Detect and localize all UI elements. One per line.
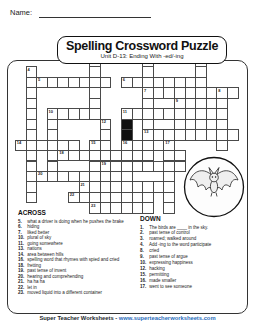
cell-number-6: 6 — [123, 78, 125, 82]
title-box: Spelling Crossword Puzzle Unit D-13: End… — [57, 36, 227, 64]
clue-text: Add -ing to the word participate — [148, 242, 211, 247]
cell-number-4: 4 — [27, 68, 29, 72]
clue-number: 23. — [18, 290, 26, 296]
cell-number-18: 18 — [59, 151, 63, 155]
clue-text: past tense of invent — [26, 268, 66, 273]
down-clues: DOWN 1. The birds are ____ in the sky.2.… — [140, 215, 244, 289]
cell-number-20: 20 — [38, 172, 42, 176]
clue-text: plural of sky — [26, 235, 51, 240]
name-label: Name: — [10, 8, 32, 17]
cell-number-23: 23 — [91, 204, 95, 208]
clue-text: roamed; walked around — [148, 236, 196, 241]
clue-text: made smaller — [148, 278, 176, 283]
cell-number-17: 17 — [165, 141, 169, 145]
grid-cell-14-14[interactable] — [163, 202, 175, 213]
clue-text: The birds are ____ in the sky. — [148, 225, 208, 230]
clue-text: area between hills — [26, 252, 64, 257]
footer-url[interactable]: www.superteacherworksheets.com — [119, 315, 216, 321]
grid-cell-2-8[interactable] — [100, 77, 112, 88]
clue-text: let in — [26, 285, 37, 290]
clue-text: cried — [148, 248, 159, 253]
cell-number-8: 8 — [218, 89, 220, 93]
cell-number-13: 13 — [144, 130, 148, 134]
grid-cell-7-20[interactable] — [227, 129, 239, 140]
clue-text: liked better — [26, 230, 49, 235]
cell-number-5: 5 — [38, 78, 40, 82]
footer-brand: Super Teacher Worksheets - — [39, 315, 117, 321]
clue-text: hearing and comprehending — [26, 274, 83, 279]
clue-text: spelling word that rhymes with spied and… — [26, 257, 119, 262]
cell-number-12: 12 — [102, 120, 106, 124]
clue-text: hacking — [148, 266, 165, 271]
clue-item: 23. moved liquid into a different contai… — [18, 290, 138, 296]
cell-number-10: 10 — [49, 110, 53, 114]
bat-illustration — [183, 156, 245, 218]
clue-text: ha ha ha — [26, 279, 45, 284]
clue-number: 17. — [140, 284, 148, 290]
clue-text: past tense of control — [148, 230, 190, 235]
down-list: 1. The birds are ____ in the sky.2. past… — [140, 225, 244, 290]
clue-text: nations — [26, 246, 42, 251]
clue-text: permitting — [148, 272, 169, 277]
grid-cell-14-12[interactable] — [142, 202, 154, 213]
grid-cell-3-20[interactable] — [227, 87, 239, 98]
across-header: ACROSS — [18, 209, 138, 216]
clue-item: 17. went to see someone — [140, 284, 244, 290]
name-input-line[interactable] — [39, 17, 151, 18]
cell-number-19: 19 — [102, 162, 106, 166]
clue-text: what a driver is doing when he pushes th… — [26, 219, 124, 224]
clue-text: fretting — [26, 263, 41, 268]
clue-text: going somewhere — [26, 241, 63, 246]
across-list: 5. what a driver is doing when he pushes… — [18, 219, 138, 296]
page-title: Spelling Crossword Puzzle — [66, 40, 218, 53]
cell-number-22: 22 — [70, 193, 74, 197]
cell-number-21: 21 — [80, 183, 84, 187]
cell-number-9: 9 — [176, 99, 178, 103]
footer: Super Teacher Worksheets - www.superteac… — [0, 315, 255, 321]
cell-number-16: 16 — [123, 141, 127, 145]
clue-text: went to see someone — [148, 284, 192, 289]
cell-number-11: 11 — [123, 110, 127, 114]
cell-number-14: 14 — [17, 141, 21, 145]
across-clues: ACROSS 5. what a driver is doing when he… — [18, 209, 138, 296]
page-subtitle: Unit D-13: Ending With -ed/-ing — [100, 53, 183, 60]
clue-text: past tense of argue — [148, 254, 188, 259]
cell-number-15: 15 — [91, 141, 95, 145]
grid-cell-8-19[interactable] — [216, 140, 228, 151]
clue-text: hiding — [26, 224, 39, 229]
cell-number-7: 7 — [144, 89, 146, 93]
clue-text: moved liquid into a different container — [26, 290, 102, 295]
grid-cell-13-1[interactable] — [26, 192, 38, 203]
clue-text: expressing happiness — [148, 260, 193, 265]
